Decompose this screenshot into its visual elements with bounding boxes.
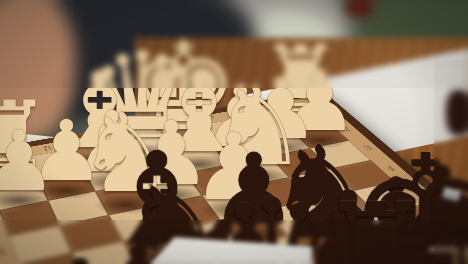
piece-glyph: ♟	[0, 122, 57, 201]
chess-photo-scene: ABCDEFGH ABCDEFGH 12345678 12345678 ♜♝♛♜…	[0, 0, 468, 264]
piece-white-pawn-a2[interactable]: ♟	[0, 122, 57, 201]
